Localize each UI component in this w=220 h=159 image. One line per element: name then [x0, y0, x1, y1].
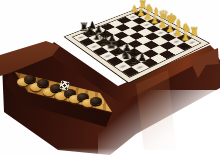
square-e3: [145, 33, 161, 41]
piece-shadow: [103, 53, 114, 59]
piece-shadow: [171, 39, 181, 44]
piece-white-pawn-h2: ♟: [182, 33, 191, 43]
die: [59, 80, 70, 91]
background-fade-bottom: [0, 148, 130, 159]
checker-piece-dark: [37, 79, 49, 87]
piece-white-rook-h1: ♜: [189, 27, 199, 39]
piece-shadow: [163, 35, 173, 40]
checker-piece-dark: [24, 75, 36, 83]
product-photo: ♜♟♟♜♞♟♟♞♝♟♟♝♛♟♟♛♚♟♟♚♝♟♟♝♞♟♟♞♜♟♟♜: [0, 0, 220, 159]
piece-black-rook-h8: ♜: [128, 54, 139, 67]
piece-shadow: [125, 69, 136, 75]
